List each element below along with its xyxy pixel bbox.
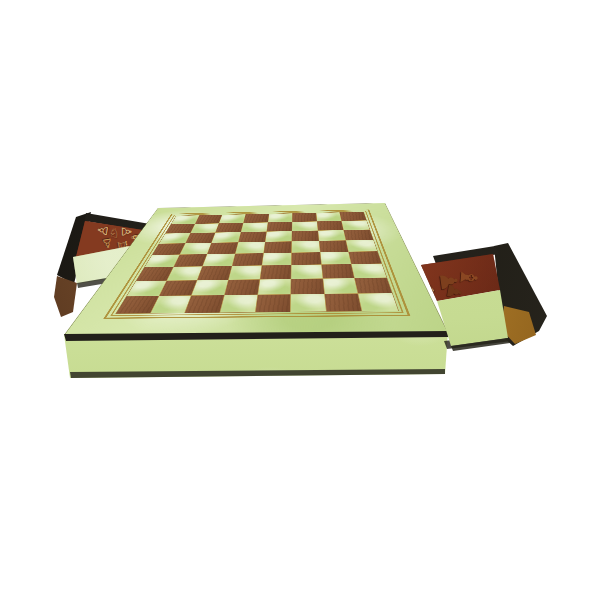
square-c3 — [198, 266, 232, 280]
square-e3 — [260, 265, 291, 279]
square-f8 — [292, 213, 316, 222]
square-d6 — [238, 232, 266, 242]
white-stored-piece-5: ♙ — [101, 236, 114, 250]
square-f2 — [291, 279, 324, 295]
square-h7 — [342, 220, 370, 230]
square-b7 — [191, 223, 219, 233]
square-e1 — [255, 295, 290, 313]
square-c5 — [208, 242, 238, 253]
white-stored-piece-2: ♘ — [108, 226, 122, 240]
square-f1 — [291, 294, 326, 312]
square-e5 — [264, 241, 292, 252]
square-h8 — [340, 212, 366, 221]
black-stored-piece-1: ♟ — [435, 270, 461, 294]
board-grid — [115, 212, 399, 314]
square-f5 — [292, 241, 320, 252]
square-h2 — [355, 278, 392, 294]
black-stored-piece-3: ♟ — [444, 281, 466, 301]
square-e7 — [267, 222, 292, 232]
square-b3 — [167, 267, 202, 281]
square-g7 — [317, 221, 343, 231]
square-d5 — [236, 242, 265, 253]
square-d4 — [232, 253, 263, 266]
square-e4 — [262, 253, 291, 266]
square-e2 — [258, 279, 291, 295]
square-h5 — [346, 240, 377, 252]
square-c8 — [219, 214, 245, 223]
square-g2 — [323, 278, 358, 294]
square-h1 — [359, 293, 398, 311]
square-b5 — [180, 243, 211, 254]
square-g6 — [318, 230, 346, 240]
square-f6 — [292, 231, 318, 241]
square-c1 — [185, 295, 224, 312]
black-stored-piece-2: ♝ — [456, 266, 481, 289]
square-h6 — [344, 230, 373, 240]
square-d1 — [220, 295, 257, 312]
white-stored-piece-3: ♙ — [120, 226, 133, 238]
white-stored-piece-1: ♙ — [95, 224, 110, 238]
square-e6 — [265, 231, 292, 241]
square-g8 — [316, 212, 341, 221]
square-d7 — [241, 222, 267, 232]
chess-box-product-photo: ♙♘♙♗♙♖ ♟♝♟♙ — [0, 0, 600, 600]
square-f4 — [292, 252, 321, 265]
square-c7 — [216, 223, 243, 233]
square-g3 — [322, 264, 355, 278]
square-f3 — [291, 265, 322, 279]
square-c2 — [192, 280, 228, 296]
square-g4 — [320, 252, 351, 265]
square-b4 — [174, 254, 207, 267]
square-c6 — [212, 232, 241, 242]
square-d2 — [225, 279, 260, 295]
square-g1 — [325, 294, 362, 312]
square-d8 — [244, 214, 269, 223]
board-top-surface — [64, 203, 448, 335]
square-d3 — [229, 266, 262, 280]
square-b8 — [195, 215, 222, 224]
square-g5 — [319, 240, 348, 251]
square-h4 — [349, 251, 382, 264]
square-c4 — [203, 254, 235, 267]
square-e8 — [268, 213, 292, 222]
square-h3 — [352, 264, 387, 278]
square-b6 — [186, 233, 216, 243]
square-f7 — [292, 221, 317, 231]
